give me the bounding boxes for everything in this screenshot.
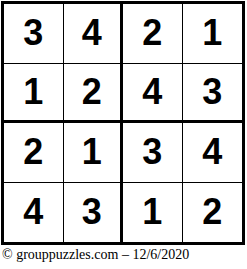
sudoku-cell-r1c2: 4 bbox=[64, 4, 124, 64]
sudoku-page: 3 4 2 1 1 2 4 3 2 1 3 4 4 3 1 2 © groupp… bbox=[0, 0, 247, 269]
sudoku-cell-r2c4: 3 bbox=[183, 64, 243, 124]
sudoku-cell-r3c3: 3 bbox=[123, 123, 183, 183]
copyright-caption: © grouppuzzles.com – 12/6/2020 bbox=[2, 247, 245, 263]
sudoku-cell-r1c1: 3 bbox=[4, 4, 64, 64]
sudoku-cell-r4c3: 1 bbox=[123, 183, 183, 243]
sudoku-cell-r2c2: 2 bbox=[64, 64, 124, 124]
sudoku-cell-r2c1: 1 bbox=[4, 64, 64, 124]
sudoku-cell-r3c2: 1 bbox=[64, 123, 124, 183]
sudoku-cell-r3c1: 2 bbox=[4, 123, 64, 183]
sudoku-cell-r1c4: 1 bbox=[183, 4, 243, 64]
sudoku-cell-r3c4: 4 bbox=[183, 123, 243, 183]
sudoku-cell-r1c3: 2 bbox=[123, 4, 183, 64]
sudoku-cell-r4c1: 4 bbox=[4, 183, 64, 243]
sudoku-board: 3 4 2 1 1 2 4 3 2 1 3 4 4 3 1 2 bbox=[1, 1, 245, 245]
sudoku-cell-r4c2: 3 bbox=[64, 183, 124, 243]
sudoku-cell-r4c4: 2 bbox=[183, 183, 243, 243]
sudoku-cell-r2c3: 4 bbox=[123, 64, 183, 124]
